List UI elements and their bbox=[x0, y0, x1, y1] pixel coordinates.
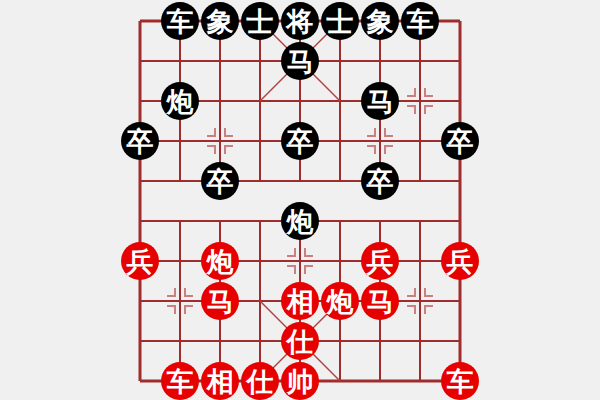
piece-red-elephant[interactable]: 相 bbox=[201, 362, 239, 400]
piece-black-cannon[interactable]: 炮 bbox=[281, 202, 319, 240]
piece-red-cannon[interactable]: 炮 bbox=[321, 282, 359, 320]
piece-red-cannon[interactable]: 炮 bbox=[201, 242, 239, 280]
piece-red-soldier[interactable]: 兵 bbox=[121, 242, 159, 280]
piece-red-rook[interactable]: 车 bbox=[441, 362, 479, 400]
xiangqi-board: 车象士将士象车马炮马卒卒卒卒卒炮兵炮兵兵马相炮马仕车相仕帅车 bbox=[0, 0, 600, 400]
piece-black-advisor[interactable]: 士 bbox=[241, 2, 279, 40]
piece-black-elephant[interactable]: 象 bbox=[201, 2, 239, 40]
piece-black-rook[interactable]: 车 bbox=[161, 2, 199, 40]
piece-black-soldier[interactable]: 卒 bbox=[361, 162, 399, 200]
piece-layer: 车象士将士象车马炮马卒卒卒卒卒炮兵炮兵兵马相炮马仕车相仕帅车 bbox=[0, 0, 600, 400]
piece-red-soldier[interactable]: 兵 bbox=[441, 242, 479, 280]
piece-black-horse[interactable]: 马 bbox=[281, 42, 319, 80]
piece-black-elephant[interactable]: 象 bbox=[361, 2, 399, 40]
piece-red-king[interactable]: 帅 bbox=[281, 362, 319, 400]
piece-black-king[interactable]: 将 bbox=[281, 2, 319, 40]
piece-red-horse[interactable]: 马 bbox=[361, 282, 399, 320]
piece-black-horse[interactable]: 马 bbox=[361, 82, 399, 120]
piece-black-soldier[interactable]: 卒 bbox=[281, 122, 319, 160]
piece-black-soldier[interactable]: 卒 bbox=[441, 122, 479, 160]
piece-black-cannon[interactable]: 炮 bbox=[161, 82, 199, 120]
piece-black-advisor[interactable]: 士 bbox=[321, 2, 359, 40]
piece-red-horse[interactable]: 马 bbox=[201, 282, 239, 320]
piece-black-soldier[interactable]: 卒 bbox=[201, 162, 239, 200]
piece-black-rook[interactable]: 车 bbox=[401, 2, 439, 40]
piece-black-soldier[interactable]: 卒 bbox=[121, 122, 159, 160]
piece-red-rook[interactable]: 车 bbox=[161, 362, 199, 400]
piece-red-advisor[interactable]: 仕 bbox=[281, 322, 319, 360]
piece-red-advisor[interactable]: 仕 bbox=[241, 362, 279, 400]
piece-red-elephant[interactable]: 相 bbox=[281, 282, 319, 320]
piece-red-soldier[interactable]: 兵 bbox=[361, 242, 399, 280]
